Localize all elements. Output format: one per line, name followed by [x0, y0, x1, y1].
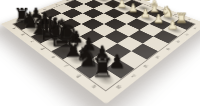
- chess-set-photo: abcdefgh abcdefgh 12345678 12345678 ♜♞♝♛…: [0, 0, 200, 106]
- white-pawn: ♟: [150, 19, 196, 31]
- scene: abcdefgh abcdefgh 12345678 12345678 ♜♞♝♛…: [0, 0, 200, 106]
- board-grid: ♜♞♝♛♚♝♞♜♟♟♟♟♟♟♟♟♟♟♟♟♟♟♟♟♜♞♝♛♚♝♞♜: [13, 0, 194, 90]
- black-rook: ♜: [72, 55, 132, 81]
- chess-board: abcdefgh abcdefgh 12345678 12345678 ♜♞♝♛…: [1, 0, 200, 104]
